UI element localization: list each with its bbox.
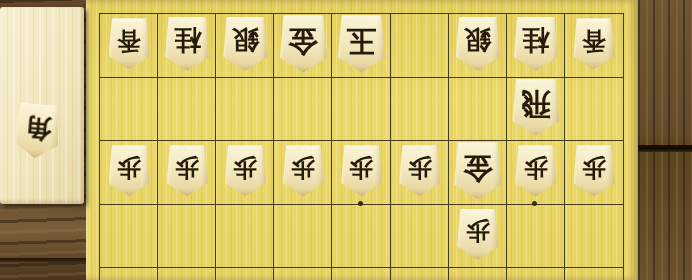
board-cell[interactable] — [507, 205, 565, 269]
star-point — [358, 201, 363, 206]
board-cell[interactable] — [216, 205, 274, 269]
board-cell[interactable] — [565, 205, 623, 269]
board-cell[interactable] — [449, 78, 507, 142]
board-cell[interactable] — [391, 14, 449, 78]
board-cell[interactable] — [274, 141, 332, 205]
board-cell[interactable] — [391, 268, 449, 280]
board-cell[interactable] — [158, 78, 216, 142]
board-cell[interactable] — [449, 141, 507, 205]
board-cell[interactable] — [332, 205, 390, 269]
board-cell[interactable] — [565, 14, 623, 78]
board-cell[interactable] — [158, 268, 216, 280]
board-cell[interactable] — [449, 14, 507, 78]
board-cell[interactable] — [565, 141, 623, 205]
board-cell[interactable] — [158, 141, 216, 205]
board-cell[interactable] — [565, 78, 623, 142]
board-cell[interactable] — [507, 141, 565, 205]
board-cell[interactable] — [391, 78, 449, 142]
shogi-photo-scene: 香桂銀金玉銀桂香飛歩歩歩歩歩歩金歩歩歩 角 — [0, 0, 692, 280]
star-point — [532, 201, 537, 206]
table-wood-right — [638, 0, 692, 280]
board-cell[interactable] — [158, 14, 216, 78]
piece-stand: 角 — [0, 7, 84, 204]
board-cell[interactable] — [158, 205, 216, 269]
board-cell[interactable] — [216, 14, 274, 78]
board-cell[interactable] — [216, 268, 274, 280]
board-cell[interactable] — [274, 268, 332, 280]
board-cell[interactable] — [100, 141, 158, 205]
board-cell[interactable] — [100, 14, 158, 78]
board-cell[interactable] — [274, 205, 332, 269]
table-seam-right — [638, 145, 692, 152]
board-cell[interactable] — [332, 268, 390, 280]
board-cell[interactable] — [274, 78, 332, 142]
board-cell[interactable] — [391, 205, 449, 269]
board-cell[interactable] — [449, 205, 507, 269]
board-cell[interactable] — [332, 14, 390, 78]
captured-bishop[interactable]: 角 — [13, 102, 62, 160]
board-cell[interactable] — [449, 268, 507, 280]
board-cell[interactable] — [100, 78, 158, 142]
board-cell[interactable] — [565, 268, 623, 280]
board-cell[interactable] — [100, 205, 158, 269]
board-cell[interactable] — [216, 78, 274, 142]
piece-kanji: 角 — [23, 113, 52, 142]
board-grid — [99, 13, 624, 280]
board-cell[interactable] — [332, 78, 390, 142]
board-cell[interactable] — [216, 141, 274, 205]
board-cell[interactable] — [332, 141, 390, 205]
board-cell[interactable] — [507, 268, 565, 280]
board-cell[interactable] — [391, 141, 449, 205]
board-cell[interactable] — [507, 14, 565, 78]
board-cell[interactable] — [507, 78, 565, 142]
board-cell[interactable] — [100, 268, 158, 280]
board-cell[interactable] — [274, 14, 332, 78]
table-seam-left — [0, 258, 87, 262]
shogi-board: 香桂銀金玉銀桂香飛歩歩歩歩歩歩金歩歩歩 — [86, 0, 639, 280]
